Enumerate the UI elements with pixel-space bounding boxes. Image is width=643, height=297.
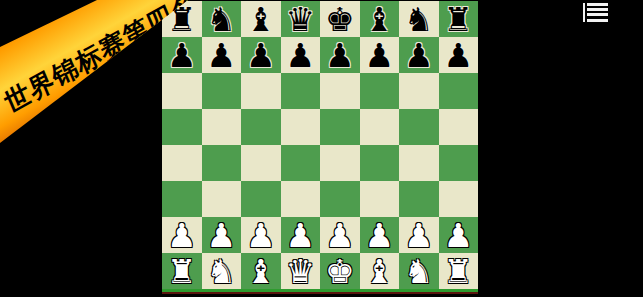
square-f8[interactable]: ♝ <box>360 1 400 37</box>
square-g5[interactable] <box>399 109 439 145</box>
square-a1[interactable]: ♜ <box>162 253 202 289</box>
square-e7[interactable]: ♟ <box>320 37 360 73</box>
square-g2[interactable]: ♟ <box>399 217 439 253</box>
square-g7[interactable]: ♟ <box>399 37 439 73</box>
square-g4[interactable] <box>399 145 439 181</box>
square-b6[interactable] <box>202 73 242 109</box>
piece-white-pawn: ♟ <box>404 219 434 252</box>
square-e2[interactable]: ♟ <box>320 217 360 253</box>
square-b2[interactable]: ♟ <box>202 217 242 253</box>
square-e8[interactable]: ♚ <box>320 1 360 37</box>
piece-black-pawn: ♟ <box>167 39 197 72</box>
square-c2[interactable]: ♟ <box>241 217 281 253</box>
piece-white-knight: ♞ <box>404 255 434 288</box>
app-screen: ♜♞♝♛♚♝♞♜♟♟♟♟♟♟♟♟♟♟♟♟♟♟♟♟♜♞♝♛♚♝♞♜ 世界锦标赛第四… <box>0 0 643 297</box>
square-f3[interactable] <box>360 181 400 217</box>
square-d5[interactable] <box>281 109 321 145</box>
square-g8[interactable]: ♞ <box>399 1 439 37</box>
piece-white-king: ♚ <box>325 255 355 288</box>
piece-black-bishop: ♝ <box>364 3 394 36</box>
square-d7[interactable]: ♟ <box>281 37 321 73</box>
square-f6[interactable] <box>360 73 400 109</box>
piece-white-pawn: ♟ <box>285 219 315 252</box>
square-d4[interactable] <box>281 145 321 181</box>
piece-white-bishop: ♝ <box>246 255 276 288</box>
piece-white-pawn: ♟ <box>206 219 236 252</box>
square-g6[interactable] <box>399 73 439 109</box>
piece-black-pawn: ♟ <box>364 39 394 72</box>
square-h7[interactable]: ♟ <box>439 37 479 73</box>
square-c7[interactable]: ♟ <box>241 37 281 73</box>
piece-white-queen: ♛ <box>285 255 315 288</box>
square-c1[interactable]: ♝ <box>241 253 281 289</box>
square-a4[interactable] <box>162 145 202 181</box>
square-h8[interactable]: ♜ <box>439 1 479 37</box>
square-d2[interactable]: ♟ <box>281 217 321 253</box>
square-c5[interactable] <box>241 109 281 145</box>
square-h5[interactable] <box>439 109 479 145</box>
square-b4[interactable] <box>202 145 242 181</box>
square-b5[interactable] <box>202 109 242 145</box>
board-bottom-edge <box>162 292 478 294</box>
piece-white-pawn: ♟ <box>167 219 197 252</box>
menu-icon-bar <box>587 3 608 6</box>
chess-board: ♜♞♝♛♚♝♞♜♟♟♟♟♟♟♟♟♟♟♟♟♟♟♟♟♜♞♝♛♚♝♞♜ <box>162 1 478 292</box>
square-e6[interactable] <box>320 73 360 109</box>
hamburger-menu-icon[interactable] <box>583 3 608 22</box>
square-a7[interactable]: ♟ <box>162 37 202 73</box>
square-c6[interactable] <box>241 73 281 109</box>
square-b7[interactable]: ♟ <box>202 37 242 73</box>
square-b1[interactable]: ♞ <box>202 253 242 289</box>
menu-icon-bar <box>587 19 608 22</box>
piece-black-pawn: ♟ <box>325 39 355 72</box>
piece-black-pawn: ♟ <box>246 39 276 72</box>
piece-white-knight: ♞ <box>206 255 236 288</box>
piece-white-pawn: ♟ <box>325 219 355 252</box>
square-e3[interactable] <box>320 181 360 217</box>
piece-black-pawn: ♟ <box>404 39 434 72</box>
square-g1[interactable]: ♞ <box>399 253 439 289</box>
square-d3[interactable] <box>281 181 321 217</box>
square-h6[interactable] <box>439 73 479 109</box>
square-c3[interactable] <box>241 181 281 217</box>
square-e5[interactable] <box>320 109 360 145</box>
menu-icon-bar <box>583 3 585 22</box>
square-a6[interactable] <box>162 73 202 109</box>
square-h2[interactable]: ♟ <box>439 217 479 253</box>
square-a5[interactable] <box>162 109 202 145</box>
piece-black-pawn: ♟ <box>206 39 236 72</box>
square-h1[interactable]: ♜ <box>439 253 479 289</box>
square-a2[interactable]: ♟ <box>162 217 202 253</box>
square-h3[interactable] <box>439 181 479 217</box>
piece-black-king: ♚ <box>325 3 355 36</box>
square-d6[interactable] <box>281 73 321 109</box>
square-e1[interactable]: ♚ <box>320 253 360 289</box>
square-c4[interactable] <box>241 145 281 181</box>
square-e4[interactable] <box>320 145 360 181</box>
square-b8[interactable]: ♞ <box>202 1 242 37</box>
piece-white-rook: ♜ <box>167 255 197 288</box>
piece-black-knight: ♞ <box>404 3 434 36</box>
piece-black-pawn: ♟ <box>285 39 315 72</box>
piece-black-knight: ♞ <box>206 3 236 36</box>
square-g3[interactable] <box>399 181 439 217</box>
square-f2[interactable]: ♟ <box>360 217 400 253</box>
piece-black-bishop: ♝ <box>246 3 276 36</box>
piece-black-rook: ♜ <box>443 3 473 36</box>
menu-icon-bar <box>587 13 608 16</box>
piece-white-rook: ♜ <box>443 255 473 288</box>
square-f1[interactable]: ♝ <box>360 253 400 289</box>
square-h4[interactable] <box>439 145 479 181</box>
square-b3[interactable] <box>202 181 242 217</box>
piece-white-bishop: ♝ <box>364 255 394 288</box>
square-f5[interactable] <box>360 109 400 145</box>
piece-white-pawn: ♟ <box>364 219 394 252</box>
square-c8[interactable]: ♝ <box>241 1 281 37</box>
square-d8[interactable]: ♛ <box>281 1 321 37</box>
square-f4[interactable] <box>360 145 400 181</box>
square-a3[interactable] <box>162 181 202 217</box>
piece-black-queen: ♛ <box>285 3 315 36</box>
square-d1[interactable]: ♛ <box>281 253 321 289</box>
square-f7[interactable]: ♟ <box>360 37 400 73</box>
piece-white-pawn: ♟ <box>246 219 276 252</box>
menu-icon-bar <box>587 8 608 11</box>
piece-white-pawn: ♟ <box>443 219 473 252</box>
piece-black-pawn: ♟ <box>443 39 473 72</box>
